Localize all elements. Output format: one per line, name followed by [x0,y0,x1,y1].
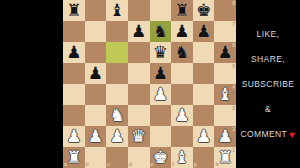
square-c8[interactable]: ♝ [106,0,128,21]
square-b2[interactable]: ♟ [85,126,107,147]
coord-file-h: h [215,162,218,167]
square-h8[interactable]: 8 [214,0,236,21]
coord-rank-2: 2 [232,127,235,132]
square-d8[interactable] [128,0,150,21]
square-a7[interactable] [63,21,85,42]
square-g1[interactable]: g [193,147,215,168]
square-d7[interactable]: ♟ [128,21,150,42]
square-c3[interactable]: ♞ [106,105,128,126]
square-f2[interactable] [171,126,193,147]
square-c5[interactable] [106,63,128,84]
piece-white-rook[interactable]: ♜ [218,149,233,166]
square-g6[interactable] [193,42,215,63]
coord-file-c: c [107,162,110,167]
coord-file-a: a [64,162,67,167]
square-g2[interactable]: ♟ [193,126,215,147]
square-b6[interactable] [85,42,107,63]
square-g7[interactable]: ♟ [193,21,215,42]
piece-white-pawn[interactable]: ♟ [88,128,103,145]
panel-line-subscribe: SUBSCRIBE [242,79,295,89]
coord-rank-3: 3 [232,106,235,111]
square-h5[interactable]: 5 [214,63,236,84]
piece-black-pawn[interactable]: ♟ [174,23,189,40]
square-g5[interactable] [193,63,215,84]
square-f5[interactable] [171,63,193,84]
square-e3[interactable] [150,105,172,126]
square-f8[interactable]: ♜ [171,0,193,21]
heart-icon: ♥ [289,129,295,140]
square-h6[interactable]: ♟6 [214,42,236,63]
piece-white-knight[interactable]: ♞ [109,107,124,124]
coord-rank-1: 1 [232,148,235,153]
square-c4[interactable] [106,84,128,105]
square-g3[interactable] [193,105,215,126]
square-c1[interactable]: c [106,147,128,168]
square-f4[interactable] [171,84,193,105]
square-h1[interactable]: ♜1h [214,147,236,168]
square-f3[interactable]: ♟ [171,105,193,126]
square-a1[interactable]: ♜a [63,147,85,168]
coord-file-b: b [86,162,89,167]
piece-black-pawn[interactable]: ♟ [196,23,211,40]
video-text-panel: LIKE, SHARE, SUBSCRIBE & COMMENT♥ [236,0,300,168]
piece-white-king[interactable]: ♚ [153,149,168,166]
square-e2[interactable] [150,126,172,147]
piece-black-pawn[interactable]: ♟ [153,65,168,82]
square-d1[interactable]: d [128,147,150,168]
square-h2[interactable]: ♟2 [214,126,236,147]
piece-white-bishop[interactable]: ♝ [174,149,189,166]
coord-file-g: g [194,162,197,167]
square-f1[interactable]: ♝f [171,147,193,168]
square-b4[interactable] [85,84,107,105]
coord-file-d: d [129,162,132,167]
square-b1[interactable]: b [85,147,107,168]
piece-white-pawn[interactable]: ♟ [174,107,189,124]
square-d5[interactable] [128,63,150,84]
piece-black-king[interactable]: ♚ [196,2,211,19]
piece-black-queen[interactable]: ♛ [153,44,168,61]
piece-black-bishop[interactable]: ♝ [109,2,124,19]
square-d4[interactable] [128,84,150,105]
square-c7[interactable] [106,21,128,42]
panel-line-share: SHARE, [251,54,285,64]
piece-white-pawn[interactable]: ♟ [218,128,233,145]
square-a3[interactable] [63,105,85,126]
piece-white-queen[interactable]: ♛ [131,128,146,145]
piece-black-pawn[interactable]: ♟ [218,44,233,61]
piece-black-pawn[interactable]: ♟ [66,44,81,61]
square-d6[interactable] [128,42,150,63]
square-e5[interactable]: ♟ [150,63,172,84]
square-h7[interactable]: 7 [214,21,236,42]
piece-white-rook[interactable]: ♜ [66,149,81,166]
square-e4[interactable]: ♟ [150,84,172,105]
square-e7[interactable]: ♞ [150,21,172,42]
square-b7[interactable] [85,21,107,42]
square-d3[interactable] [128,105,150,126]
piece-black-knight[interactable]: ♞ [153,23,168,40]
coord-rank-6: 6 [232,43,235,48]
square-e1[interactable]: ♚e [150,147,172,168]
square-b8[interactable] [85,0,107,21]
piece-black-knight[interactable]: ♞ [174,44,189,61]
square-a5[interactable] [63,63,85,84]
square-b5[interactable]: ♟ [85,63,107,84]
piece-black-pawn[interactable]: ♟ [88,65,103,82]
square-a4[interactable] [63,84,85,105]
square-b3[interactable] [85,105,107,126]
piece-white-pawn[interactable]: ♟ [196,128,211,145]
coord-rank-5: 5 [232,64,235,69]
square-e6[interactable]: ♛ [150,42,172,63]
piece-white-pawn[interactable]: ♟ [109,128,124,145]
square-f6[interactable]: ♞ [171,42,193,63]
piece-white-bishop[interactable]: ♝ [218,86,233,103]
square-h4[interactable]: ♝4 [214,84,236,105]
panel-line-like: LIKE, [257,29,280,39]
square-a8[interactable]: ♜ [63,0,85,21]
square-a2[interactable]: ♟ [63,126,85,147]
square-d2[interactable]: ♛ [128,126,150,147]
square-g8[interactable]: ♚ [193,0,215,21]
coord-file-e: e [151,162,154,167]
square-c2[interactable]: ♟ [106,126,128,147]
panel-line-comment: COMMENT♥ [240,129,295,140]
square-e8[interactable] [150,0,172,21]
coord-rank-4: 4 [232,85,235,90]
square-f7[interactable]: ♟ [171,21,193,42]
square-c6[interactable] [106,42,128,63]
square-h3[interactable]: 3 [214,105,236,126]
piece-black-rook[interactable]: ♜ [174,2,189,19]
panel-line-ampersand: & [265,104,271,114]
chess-board: ♜♝♜♚8♟♞♟♟7♟♛♞♟6♟♟5♟♝4♞♟3♟♟♟♛♟♟2♜abcd♚e♝f… [63,0,236,168]
piece-black-pawn[interactable]: ♟ [131,23,146,40]
piece-white-pawn[interactable]: ♟ [153,86,168,103]
piece-white-pawn[interactable]: ♟ [66,128,81,145]
coord-rank-7: 7 [232,22,235,27]
comment-text: COMMENT [240,129,287,139]
coord-file-f: f [172,162,174,167]
piece-black-rook[interactable]: ♜ [66,2,81,19]
square-a6[interactable]: ♟ [63,42,85,63]
square-g4[interactable] [193,84,215,105]
coord-rank-8: 8 [232,1,235,6]
